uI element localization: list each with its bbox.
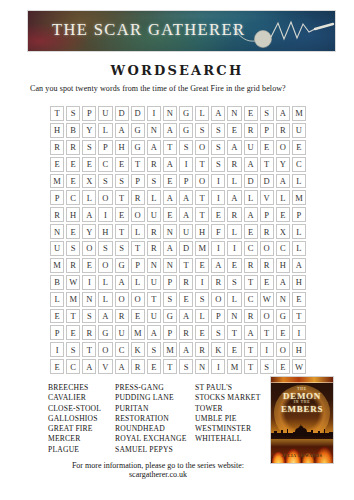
- grid-cell-r2c15[interactable]: R: [276, 123, 290, 138]
- grid-cell-r13c12[interactable]: N: [227, 309, 241, 324]
- grid-cell-r13c13[interactable]: R: [244, 309, 258, 324]
- grid-cell-r9c15[interactable]: C: [276, 241, 290, 256]
- word-list-item: GALLOSHIOS: [48, 414, 101, 424]
- grid-cell-r4c6[interactable]: T: [131, 157, 145, 172]
- grid-cell-r6c1[interactable]: P: [50, 190, 64, 205]
- grid-cell-r1c14[interactable]: S: [260, 106, 274, 121]
- grid-cell-r3c13[interactable]: U: [244, 140, 258, 155]
- grid-cell-r2c16[interactable]: U: [292, 123, 306, 138]
- grid-cell-r13c7[interactable]: U: [147, 309, 161, 324]
- moon-circle: [255, 31, 272, 48]
- word-list-item: ROUNDHEAD: [115, 424, 187, 434]
- grid-cell-r9c12[interactable]: I: [227, 241, 241, 256]
- grid-cell-r13c2[interactable]: T: [66, 309, 80, 324]
- grid-cell-r2c3[interactable]: Y: [82, 123, 96, 138]
- grid-cell-r5c1[interactable]: M: [50, 174, 64, 189]
- word-list-column-3: ST PAUL'SSTOCKS MARKETTOWERUMBLE PIEWEST…: [195, 383, 261, 445]
- grid-cell-r11c15[interactable]: A: [276, 275, 290, 290]
- needle-icon: [315, 24, 333, 29]
- grid-cell-r15c8[interactable]: M: [163, 342, 177, 357]
- grid-cell-r2c8[interactable]: A: [163, 123, 177, 138]
- grid-cell-r7c5[interactable]: E: [115, 207, 129, 222]
- grid-cell-r7c12[interactable]: R: [227, 207, 241, 222]
- book-title: THE DEMON IN THE EMBERS: [271, 388, 333, 414]
- grid-cell-r9c11[interactable]: I: [211, 241, 225, 256]
- page-title: WORDSEARCH: [0, 63, 354, 78]
- grid-cell-r3c14[interactable]: E: [260, 140, 274, 155]
- grid-cell-r14c11[interactable]: S: [211, 325, 225, 340]
- grid-cell-r4c3[interactable]: E: [82, 157, 96, 172]
- grid-cell-r10c5[interactable]: G: [115, 258, 129, 273]
- grid-cell-r16c16[interactable]: W: [292, 359, 306, 374]
- grid-cell-r1c15[interactable]: A: [276, 106, 290, 121]
- grid-cell-r9c7[interactable]: R: [147, 241, 161, 256]
- grid-cell-r10c1[interactable]: M: [50, 258, 64, 273]
- word-list-item: CLOSE-STOOL: [48, 404, 101, 414]
- wordsearch-grid: TSPUDDINGLANESAMHBYLAGNAGSSERPRURRSPHGAT…: [50, 106, 306, 374]
- grid-cell-r2c7[interactable]: N: [147, 123, 161, 138]
- grid-cell-r1c7[interactable]: I: [147, 106, 161, 121]
- grid-cell-r6c7[interactable]: L: [147, 190, 161, 205]
- grid-cell-r16c12[interactable]: M: [227, 359, 241, 374]
- grid-cell-r5c10[interactable]: O: [195, 174, 209, 189]
- word-list-item: CAVALIER: [48, 393, 101, 403]
- grid-cell-r11c4[interactable]: L: [98, 275, 112, 290]
- grid-cell-r4c13[interactable]: A: [244, 157, 258, 172]
- puzzle-instruction: Can you spot twenty words from the time …: [30, 84, 330, 93]
- grid-cell-r4c5[interactable]: E: [115, 157, 129, 172]
- grid-cell-r3c15[interactable]: O: [276, 140, 290, 155]
- grid-cell-r7c2[interactable]: H: [66, 207, 80, 222]
- grid-cell-r1c1[interactable]: T: [50, 106, 64, 121]
- grid-cell-r1c9[interactable]: G: [179, 106, 193, 121]
- grid-cell-r3c3[interactable]: S: [82, 140, 96, 155]
- grid-cell-r8c12[interactable]: L: [227, 224, 241, 239]
- book-author: JULIA EDWARDS: [271, 453, 333, 458]
- grid-cell-r8c7[interactable]: R: [147, 224, 161, 239]
- grid-cell-r5c3[interactable]: X: [82, 174, 96, 189]
- word-list-item: MERCER: [48, 434, 101, 444]
- grid-cell-r3c2[interactable]: R: [66, 140, 80, 155]
- grid-cell-r14c15[interactable]: E: [276, 325, 290, 340]
- grid-cell-r4c9[interactable]: I: [179, 157, 193, 172]
- grid-cell-r7c11[interactable]: E: [211, 207, 225, 222]
- grid-cell-r12c16[interactable]: E: [292, 292, 306, 307]
- grid-cell-r5c6[interactable]: P: [131, 174, 145, 189]
- grid-cell-r2c6[interactable]: G: [131, 123, 145, 138]
- grid-cell-r8c6[interactable]: L: [131, 224, 145, 239]
- book-cover: THE DEMON IN THE EMBERS JULIA EDWARDS: [271, 377, 333, 463]
- grid-cell-r16c13[interactable]: T: [244, 359, 258, 374]
- grid-cell-r15c10[interactable]: R: [195, 342, 209, 357]
- grid-cell-r1c8[interactable]: N: [163, 106, 177, 121]
- grid-cell-r2c9[interactable]: G: [179, 123, 193, 138]
- word-list-item: UMBLE PIE: [195, 414, 261, 424]
- grid-cell-r5c13[interactable]: D: [244, 174, 258, 189]
- grid-cell-r8c13[interactable]: E: [244, 224, 258, 239]
- grid-cell-r14c16[interactable]: I: [292, 325, 306, 340]
- grid-cell-r1c10[interactable]: L: [195, 106, 209, 121]
- grid-cell-r1c16[interactable]: M: [292, 106, 306, 121]
- grid-cell-r3c10[interactable]: O: [195, 140, 209, 155]
- grid-cell-r14c4[interactable]: G: [98, 325, 112, 340]
- grid-cell-r8c16[interactable]: L: [292, 224, 306, 239]
- grid-cell-r8c9[interactable]: U: [179, 224, 193, 239]
- book-title-embers: EMBERS: [271, 405, 333, 414]
- word-list-item: PLAGUE: [48, 445, 101, 455]
- grid-cell-r8c15[interactable]: X: [276, 224, 290, 239]
- grid-cell-r6c10[interactable]: T: [195, 190, 209, 205]
- thread-swoosh: [233, 27, 255, 41]
- grid-cell-r15c3[interactable]: T: [82, 342, 96, 357]
- grid-cell-r4c12[interactable]: R: [227, 157, 241, 172]
- word-list-item: STOCKS MARKET: [195, 393, 261, 403]
- grid-cell-r1c13[interactable]: E: [244, 106, 258, 121]
- grid-cell-r15c7[interactable]: S: [147, 342, 161, 357]
- grid-cell-r3c7[interactable]: A: [147, 140, 161, 155]
- grid-cell-r10c12[interactable]: E: [227, 258, 241, 273]
- grid-cell-r16c3[interactable]: A: [82, 359, 96, 374]
- grid-cell-r12c9[interactable]: E: [179, 292, 193, 307]
- grid-cell-r12c8[interactable]: S: [163, 292, 177, 307]
- grid-cell-r16c4[interactable]: V: [98, 359, 112, 374]
- grid-cell-r9c13[interactable]: C: [244, 241, 258, 256]
- grid-cell-r10c8[interactable]: N: [163, 258, 177, 273]
- grid-cell-r13c5[interactable]: R: [115, 309, 129, 324]
- book-cover-top-strip: [271, 377, 333, 383]
- grid-cell-r13c16[interactable]: T: [292, 309, 306, 324]
- grid-cell-r4c4[interactable]: C: [98, 157, 112, 172]
- grid-cell-r15c13[interactable]: T: [244, 342, 258, 357]
- word-list-item: TOWER: [195, 404, 261, 414]
- grid-cell-r4c10[interactable]: T: [195, 157, 209, 172]
- grid-cell-r9c1[interactable]: U: [50, 241, 64, 256]
- grid-cell-r12c3[interactable]: N: [82, 292, 96, 307]
- grid-cell-r14c9[interactable]: R: [179, 325, 193, 340]
- grid-cell-r15c4[interactable]: O: [98, 342, 112, 357]
- grid-cell-r3c6[interactable]: G: [131, 140, 145, 155]
- grid-cell-r7c8[interactable]: E: [163, 207, 177, 222]
- grid-cell-r16c5[interactable]: A: [115, 359, 129, 374]
- grid-cell-r11c10[interactable]: I: [195, 275, 209, 290]
- grid-cell-r16c15[interactable]: E: [276, 359, 290, 374]
- grid-cell-r6c12[interactable]: A: [227, 190, 241, 205]
- grid-cell-r10c10[interactable]: E: [195, 258, 209, 273]
- word-list-item: BREECHES: [48, 383, 101, 393]
- grid-cell-r9c3[interactable]: O: [82, 241, 96, 256]
- grid-cell-r15c6[interactable]: K: [131, 342, 145, 357]
- grid-cell-r4c7[interactable]: R: [147, 157, 161, 172]
- grid-cell-r11c7[interactable]: U: [147, 275, 161, 290]
- grid-cell-r6c11[interactable]: I: [211, 190, 225, 205]
- grid-cell-r15c12[interactable]: E: [227, 342, 241, 357]
- grid-cell-r6c6[interactable]: R: [131, 190, 145, 205]
- grid-cell-r5c5[interactable]: S: [115, 174, 129, 189]
- grid-cell-r16c7[interactable]: E: [147, 359, 161, 374]
- grid-cell-r16c14[interactable]: S: [260, 359, 274, 374]
- grid-cell-r15c11[interactable]: K: [211, 342, 225, 357]
- grid-cell-r10c11[interactable]: A: [211, 258, 225, 273]
- grid-cell-r12c7[interactable]: T: [147, 292, 161, 307]
- grid-cell-r7c15[interactable]: E: [276, 207, 290, 222]
- grid-cell-r8c4[interactable]: H: [98, 224, 112, 239]
- grid-cell-r8c3[interactable]: Y: [82, 224, 96, 239]
- grid-cell-r2c2[interactable]: B: [66, 123, 80, 138]
- grid-cell-r14c1[interactable]: P: [50, 325, 64, 340]
- word-list-item: SAMUEL PEPYS: [115, 445, 187, 455]
- grid-cell-r14c6[interactable]: M: [131, 325, 145, 340]
- grid-cell-r2c5[interactable]: A: [115, 123, 129, 138]
- grid-cell-r12c12[interactable]: L: [227, 292, 241, 307]
- grid-cell-r15c5[interactable]: C: [115, 342, 129, 357]
- grid-cell-r10c3[interactable]: E: [82, 258, 96, 273]
- grid-cell-r5c12[interactable]: L: [227, 174, 241, 189]
- grid-cell-r2c12[interactable]: E: [227, 123, 241, 138]
- grid-cell-r3c11[interactable]: S: [211, 140, 225, 155]
- grid-cell-r4c14[interactable]: T: [260, 157, 274, 172]
- grid-cell-r13c8[interactable]: G: [163, 309, 177, 324]
- grid-cell-r2c13[interactable]: R: [244, 123, 258, 138]
- grid-cell-r10c4[interactable]: O: [98, 258, 112, 273]
- grid-cell-r5c11[interactable]: I: [211, 174, 225, 189]
- grid-cell-r6c13[interactable]: L: [244, 190, 258, 205]
- grid-cell-r11c12[interactable]: S: [227, 275, 241, 290]
- grid-cell-r16c10[interactable]: N: [195, 359, 209, 374]
- grid-cell-r1c3[interactable]: P: [82, 106, 96, 121]
- grid-cell-r11c8[interactable]: P: [163, 275, 177, 290]
- grid-cell-r8c2[interactable]: E: [66, 224, 80, 239]
- grid-cell-r13c9[interactable]: A: [179, 309, 193, 324]
- word-list-item: WESTMINSTER: [195, 424, 261, 434]
- grid-cell-r5c16[interactable]: L: [292, 174, 306, 189]
- word-list-item: GREAT FIRE: [48, 424, 101, 434]
- grid-cell-r5c9[interactable]: P: [179, 174, 193, 189]
- grid-cell-r7c10[interactable]: T: [195, 207, 209, 222]
- grid-cell-r7c13[interactable]: A: [244, 207, 258, 222]
- grid-cell-r4c11[interactable]: S: [211, 157, 225, 172]
- grid-cell-r4c1[interactable]: E: [50, 157, 64, 172]
- grid-cell-r1c2[interactable]: S: [66, 106, 80, 121]
- stitch-zigzag: [271, 22, 315, 39]
- grid-cell-r2c1[interactable]: H: [50, 123, 64, 138]
- grid-cell-r14c8[interactable]: P: [163, 325, 177, 340]
- grid-cell-r1c6[interactable]: D: [131, 106, 145, 121]
- footer-text: For more information, please go to the s…: [48, 461, 268, 479]
- grid-cell-r14c5[interactable]: U: [115, 325, 129, 340]
- grid-cell-r11c2[interactable]: W: [66, 275, 80, 290]
- grid-cell-r7c1[interactable]: R: [50, 207, 64, 222]
- grid-cell-r9c16[interactable]: L: [292, 241, 306, 256]
- grid-cell-r9c6[interactable]: T: [131, 241, 145, 256]
- grid-cell-r14c12[interactable]: T: [227, 325, 241, 340]
- banner-art: [28, 11, 336, 52]
- grid-cell-r5c4[interactable]: S: [98, 174, 112, 189]
- grid-cell-r9c4[interactable]: S: [98, 241, 112, 256]
- grid-cell-r16c1[interactable]: E: [50, 359, 64, 374]
- grid-cell-r7c6[interactable]: O: [131, 207, 145, 222]
- grid-cell-r16c6[interactable]: R: [131, 359, 145, 374]
- grid-cell-r14c2[interactable]: E: [66, 325, 80, 340]
- grid-cell-r8c14[interactable]: R: [260, 224, 274, 239]
- grid-cell-r7c14[interactable]: P: [260, 207, 274, 222]
- grid-cell-r2c4[interactable]: L: [98, 123, 112, 138]
- grid-cell-r14c13[interactable]: A: [244, 325, 258, 340]
- grid-cell-r4c15[interactable]: Y: [276, 157, 290, 172]
- grid-cell-r10c13[interactable]: R: [244, 258, 258, 273]
- grid-cell-r5c14[interactable]: D: [260, 174, 274, 189]
- grid-cell-r7c3[interactable]: A: [82, 207, 96, 222]
- grid-cell-r13c10[interactable]: L: [195, 309, 209, 324]
- grid-cell-r6c8[interactable]: A: [163, 190, 177, 205]
- grid-cell-r12c15[interactable]: N: [276, 292, 290, 307]
- grid-cell-r16c11[interactable]: I: [211, 359, 225, 374]
- grid-cell-r1c4[interactable]: U: [98, 106, 112, 121]
- grid-cell-r3c4[interactable]: P: [98, 140, 112, 155]
- grid-cell-r6c2[interactable]: C: [66, 190, 80, 205]
- grid-cell-r5c15[interactable]: A: [276, 174, 290, 189]
- grid-cell-r11c16[interactable]: H: [292, 275, 306, 290]
- grid-cell-r10c7[interactable]: N: [147, 258, 161, 273]
- grid-cell-r12c1[interactable]: L: [50, 292, 64, 307]
- word-list-item: PUDDING LANE: [115, 393, 187, 403]
- grid-cell-r2c11[interactable]: S: [211, 123, 225, 138]
- grid-cell-r10c14[interactable]: R: [260, 258, 274, 273]
- grid-cell-r11c14[interactable]: E: [260, 275, 274, 290]
- grid-cell-r10c2[interactable]: R: [66, 258, 80, 273]
- grid-cell-r14c7[interactable]: A: [147, 325, 161, 340]
- grid-cell-r15c15[interactable]: O: [276, 342, 290, 357]
- grid-cell-r2c10[interactable]: S: [195, 123, 209, 138]
- grid-cell-r13c11[interactable]: P: [211, 309, 225, 324]
- grid-cell-r8c8[interactable]: N: [163, 224, 177, 239]
- grid-cell-r7c4[interactable]: I: [98, 207, 112, 222]
- grid-cell-r9c2[interactable]: S: [66, 241, 80, 256]
- grid-cell-r12c2[interactable]: M: [66, 292, 80, 307]
- grid-cell-r1c12[interactable]: N: [227, 106, 241, 121]
- grid-cell-r16c2[interactable]: C: [66, 359, 80, 374]
- grid-cell-r11c13[interactable]: T: [244, 275, 258, 290]
- grid-cell-r1c11[interactable]: A: [211, 106, 225, 121]
- grid-cell-r12c4[interactable]: L: [98, 292, 112, 307]
- grid-cell-r13c1[interactable]: E: [50, 309, 64, 324]
- grid-cell-r15c9[interactable]: A: [179, 342, 193, 357]
- grid-cell-r16c8[interactable]: T: [163, 359, 177, 374]
- grid-cell-r6c5[interactable]: T: [115, 190, 129, 205]
- grid-cell-r7c9[interactable]: A: [179, 207, 193, 222]
- grid-cell-r11c5[interactable]: A: [115, 275, 129, 290]
- grid-cell-r3c9[interactable]: S: [179, 140, 193, 155]
- grid-cell-r6c14[interactable]: V: [260, 190, 274, 205]
- grid-cell-r6c15[interactable]: L: [276, 190, 290, 205]
- grid-cell-r12c13[interactable]: C: [244, 292, 258, 307]
- grid-cell-r9c8[interactable]: A: [163, 241, 177, 256]
- grid-cell-r3c16[interactable]: E: [292, 140, 306, 155]
- grid-cell-r12c6[interactable]: O: [131, 292, 145, 307]
- grid-cell-r14c14[interactable]: T: [260, 325, 274, 340]
- grid-cell-r4c8[interactable]: A: [163, 157, 177, 172]
- grid-cell-r5c2[interactable]: E: [66, 174, 80, 189]
- grid-cell-r4c16[interactable]: C: [292, 157, 306, 172]
- grid-cell-r9c5[interactable]: S: [115, 241, 129, 256]
- grid-cell-r2c14[interactable]: P: [260, 123, 274, 138]
- grid-cell-r6c9[interactable]: A: [179, 190, 193, 205]
- grid-cell-r13c6[interactable]: E: [131, 309, 145, 324]
- grid-cell-r8c11[interactable]: F: [211, 224, 225, 239]
- grid-cell-r15c14[interactable]: I: [260, 342, 274, 357]
- grid-cell-r6c4[interactable]: O: [98, 190, 112, 205]
- grid-cell-r13c15[interactable]: G: [276, 309, 290, 324]
- grid-cell-r13c14[interactable]: O: [260, 309, 274, 324]
- word-list-item: PURITAN: [115, 404, 187, 414]
- grid-cell-r10c6[interactable]: P: [131, 258, 145, 273]
- grid-cell-r14c10[interactable]: E: [195, 325, 209, 340]
- grid-cell-r9c9[interactable]: D: [179, 241, 193, 256]
- grid-cell-r12c11[interactable]: O: [211, 292, 225, 307]
- grid-cell-r10c15[interactable]: H: [276, 258, 290, 273]
- grid-cell-r4c2[interactable]: E: [66, 157, 80, 172]
- grid-cell-r5c7[interactable]: S: [147, 174, 161, 189]
- grid-cell-r8c10[interactable]: H: [195, 224, 209, 239]
- grid-cell-r11c9[interactable]: R: [179, 275, 193, 290]
- grid-cell-r7c7[interactable]: U: [147, 207, 161, 222]
- grid-cell-r3c1[interactable]: R: [50, 140, 64, 155]
- grid-cell-r11c1[interactable]: B: [50, 275, 64, 290]
- grid-cell-r13c4[interactable]: A: [98, 309, 112, 324]
- grid-cell-r12c10[interactable]: S: [195, 292, 209, 307]
- series-banner: THE SCAR GATHERER: [27, 10, 336, 52]
- grid-cell-r15c16[interactable]: H: [292, 342, 306, 357]
- grid-cell-r12c5[interactable]: O: [115, 292, 129, 307]
- grid-cell-r11c3[interactable]: I: [82, 275, 96, 290]
- word-list-item: ST PAUL'S: [195, 383, 261, 393]
- grid-cell-r3c5[interactable]: H: [115, 140, 129, 155]
- grid-cell-r3c12[interactable]: A: [227, 140, 241, 155]
- grid-cell-r6c3[interactable]: L: [82, 190, 96, 205]
- grid-cell-r8c5[interactable]: T: [115, 224, 129, 239]
- grid-cell-r8c1[interactable]: N: [50, 224, 64, 239]
- grid-cell-r9c10[interactable]: M: [195, 241, 209, 256]
- word-list-item: RESTORATION: [115, 414, 187, 424]
- grid-cell-r3c8[interactable]: T: [163, 140, 177, 155]
- word-list-item: PRESS-GANG: [115, 383, 187, 393]
- grid-cell-r13c3[interactable]: S: [82, 309, 96, 324]
- grid-cell-r5c8[interactable]: E: [163, 174, 177, 189]
- grid-cell-r1c5[interactable]: D: [115, 106, 129, 121]
- grid-cell-r14c3[interactable]: R: [82, 325, 96, 340]
- grid-cell-r16c9[interactable]: S: [179, 359, 193, 374]
- flames: [271, 436, 333, 463]
- grid-cell-r11c11[interactable]: R: [211, 275, 225, 290]
- word-list-item: WHITEHALL: [195, 434, 261, 444]
- grid-cell-r15c1[interactable]: I: [50, 342, 64, 357]
- word-list-column-2: PRESS-GANGPUDDING LANEPURITANRESTORATION…: [115, 383, 187, 455]
- grid-cell-r15c2[interactable]: S: [66, 342, 80, 357]
- grid-cell-r10c16[interactable]: A: [292, 258, 306, 273]
- grid-cell-r9c14[interactable]: O: [260, 241, 274, 256]
- grid-cell-r10c9[interactable]: T: [179, 258, 193, 273]
- grid-cell-r7c16[interactable]: P: [292, 207, 306, 222]
- word-list-column-1: BREECHESCAVALIERCLOSE-STOOLGALLOSHIOSGRE…: [48, 383, 101, 455]
- grid-cell-r11c6[interactable]: L: [131, 275, 145, 290]
- grid-cell-r6c16[interactable]: M: [292, 190, 306, 205]
- grid-cell-r12c14[interactable]: W: [260, 292, 274, 307]
- word-list-item: ROYAL EXCHANGE: [115, 434, 187, 444]
